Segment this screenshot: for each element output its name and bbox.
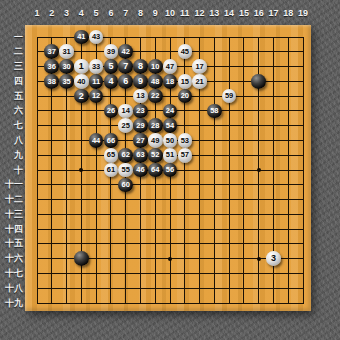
stone-move-number: 59 [225, 92, 233, 100]
stone-move-number: 44 [92, 136, 100, 144]
stone-move-number: 15 [181, 77, 189, 85]
stone-black-move-64[interactable]: 64 [148, 163, 163, 178]
stone-move-number: 55 [122, 166, 130, 174]
stone-move-number: 14 [122, 107, 130, 115]
stone-move-number: 2 [79, 91, 84, 100]
stone-black-move-20[interactable]: 20 [178, 89, 193, 104]
stone-black-move-28[interactable]: 28 [148, 118, 163, 133]
stone-black-move-63[interactable]: 63 [133, 148, 148, 163]
stone-move-number: 57 [181, 151, 189, 159]
stone-move-number: 60 [122, 181, 130, 189]
stone-move-number: 53 [181, 136, 189, 144]
left-coordinate-label: 八 [1, 135, 23, 146]
stone-black-move-52[interactable]: 52 [148, 148, 163, 163]
stone-white-move-39[interactable]: 39 [104, 44, 119, 59]
grid-line-horizontal [37, 229, 304, 230]
star-point [257, 257, 261, 261]
stone-white-move-61[interactable]: 61 [104, 163, 119, 178]
grid-line-horizontal [37, 288, 304, 289]
stone-white-move-1[interactable]: 1 [74, 59, 89, 74]
stone-black-move-2[interactable]: 2 [74, 89, 89, 104]
stone-move-number: 41 [77, 33, 85, 41]
stone-black-move-5[interactable]: 5 [104, 59, 119, 74]
stone-move-number: 38 [48, 77, 56, 85]
stone-black-move-60[interactable]: 60 [118, 178, 133, 193]
stone-white-move-45[interactable]: 45 [178, 44, 193, 59]
grid-line-horizontal [37, 199, 304, 200]
left-coordinate-label: 十八 [1, 283, 23, 294]
grid-line-vertical [288, 37, 289, 304]
stone-black-move-66[interactable]: 66 [104, 133, 119, 148]
stone-move-number: 8 [138, 62, 143, 71]
stone-white-move-33[interactable]: 33 [89, 59, 104, 74]
stone-move-number: 49 [151, 136, 159, 144]
grid-line-vertical [37, 37, 38, 304]
stone-black-move-54[interactable]: 54 [163, 118, 178, 133]
stone-black-move-58[interactable]: 58 [207, 104, 222, 119]
stone-black-move-24[interactable]: 24 [163, 104, 178, 119]
stone-move-number: 6 [123, 76, 128, 85]
stone-white-move-50[interactable]: 50 [163, 133, 178, 148]
grid-line-vertical [229, 37, 230, 304]
stone-white-move-25[interactable]: 25 [118, 118, 133, 133]
stone-move-number: 25 [122, 121, 130, 129]
stone-black[interactable] [251, 74, 266, 89]
grid-line-horizontal [37, 214, 304, 215]
stone-move-number: 46 [136, 166, 144, 174]
stone-move-number: 27 [136, 136, 144, 144]
stone-move-number: 3 [271, 254, 276, 263]
stone-white-move-31[interactable]: 31 [59, 44, 74, 59]
stone-move-number: 56 [166, 166, 174, 174]
stone-move-number: 54 [166, 121, 174, 129]
stone-white-move-15[interactable]: 15 [178, 74, 193, 89]
stone-black-move-26[interactable]: 26 [104, 104, 119, 119]
left-coordinate-label: 五 [1, 91, 23, 102]
stone-move-number: 31 [62, 48, 70, 56]
stone-move-number: 63 [136, 151, 144, 159]
stone-black-move-23[interactable]: 23 [133, 104, 148, 119]
stone-move-number: 50 [166, 136, 174, 144]
grid-line-horizontal [37, 273, 304, 274]
stone-black-move-18[interactable]: 18 [163, 74, 178, 89]
grid-line-horizontal [37, 303, 304, 304]
stone-white-move-40[interactable]: 40 [74, 74, 89, 89]
stone-move-number: 12 [92, 92, 100, 100]
stone-white-move-13[interactable]: 13 [133, 89, 148, 104]
grid-line-vertical [243, 37, 244, 304]
stone-black-move-36[interactable]: 36 [44, 59, 59, 74]
star-point [257, 168, 261, 172]
grid-line-vertical [303, 37, 304, 304]
stone-move-number: 17 [195, 62, 203, 70]
stone-white-move-51[interactable]: 51 [163, 148, 178, 163]
left-coordinate-label: 七 [1, 120, 23, 131]
stone-move-number: 48 [151, 77, 159, 85]
stone-black-move-4[interactable]: 4 [104, 74, 119, 89]
left-coordinate-label: 十一 [1, 179, 23, 190]
stone-move-number: 33 [92, 62, 100, 70]
stone-move-number: 62 [122, 151, 130, 159]
stone-white-move-65[interactable]: 65 [104, 148, 119, 163]
go-diagram: 12345678910111213141516171819 一二三四五六七八九十… [0, 0, 340, 340]
left-coordinate-label: 一 [1, 32, 23, 43]
go-board[interactable]: 4143373139424536301335781047173835401146… [25, 25, 311, 311]
left-coordinate-label: 四 [1, 76, 23, 87]
left-coordinate-label: 十七 [1, 268, 23, 279]
stone-move-number: 28 [151, 121, 159, 129]
left-coordinate-label: 十 [1, 165, 23, 176]
stone-white-move-21[interactable]: 21 [192, 74, 207, 89]
stone-move-number: 51 [166, 151, 174, 159]
stone-move-number: 4 [108, 76, 113, 85]
left-coordinate-label: 九 [1, 150, 23, 161]
stone-black-move-38[interactable]: 38 [44, 74, 59, 89]
star-point [79, 168, 83, 172]
stone-white-move-14[interactable]: 14 [118, 104, 133, 119]
stone-white-move-43[interactable]: 43 [89, 30, 104, 45]
stone-move-number: 18 [166, 77, 174, 85]
stone-move-number: 11 [92, 77, 100, 85]
stone-move-number: 7 [123, 62, 128, 71]
stone-white-move-3[interactable]: 3 [266, 251, 281, 266]
stone-move-number: 10 [151, 62, 159, 70]
left-coordinate-label: 十三 [1, 209, 23, 220]
stone-black-move-6[interactable]: 6 [118, 74, 133, 89]
stone-move-number: 1 [79, 62, 84, 71]
stone-black-move-22[interactable]: 22 [148, 89, 163, 104]
stone-move-number: 35 [62, 77, 70, 85]
stone-move-number: 22 [151, 92, 159, 100]
stone-white-move-59[interactable]: 59 [222, 89, 237, 104]
stone-black-move-9[interactable]: 9 [133, 74, 148, 89]
stone-move-number: 21 [195, 77, 203, 85]
stone-black-move-30[interactable]: 30 [59, 59, 74, 74]
star-point [168, 257, 172, 261]
stone-white-move-55[interactable]: 55 [118, 163, 133, 178]
stone-move-number: 52 [151, 151, 159, 159]
stone-move-number: 61 [107, 166, 115, 174]
stone-move-number: 43 [92, 33, 100, 41]
left-coordinate-label: 六 [1, 105, 23, 116]
stone-white-move-47[interactable]: 47 [163, 59, 178, 74]
stone-move-number: 36 [48, 62, 56, 70]
stone-move-number: 45 [181, 48, 189, 56]
stone-black-move-27[interactable]: 27 [133, 133, 148, 148]
stone-move-number: 65 [107, 151, 115, 159]
stone-black-move-62[interactable]: 62 [118, 148, 133, 163]
stone-white-move-17[interactable]: 17 [192, 59, 207, 74]
stone-black-move-56[interactable]: 56 [163, 163, 178, 178]
left-coordinate-label: 三 [1, 61, 23, 72]
top-coordinate-label: 19 [293, 8, 313, 19]
stone-move-number: 29 [136, 121, 144, 129]
stone-move-number: 66 [107, 136, 115, 144]
stone-move-number: 20 [181, 92, 189, 100]
stone-black-move-11[interactable]: 11 [89, 74, 104, 89]
stone-black-move-42[interactable]: 42 [118, 44, 133, 59]
stone-black-move-8[interactable]: 8 [133, 59, 148, 74]
stone-move-number: 47 [166, 62, 174, 70]
grid-line-horizontal [37, 243, 304, 244]
left-coordinate-label: 十六 [1, 253, 23, 264]
stone-black-move-37[interactable]: 37 [44, 44, 59, 59]
stone-black[interactable] [74, 251, 89, 266]
stone-move-number: 30 [62, 62, 70, 70]
stone-white-move-53[interactable]: 53 [178, 133, 193, 148]
stone-white-move-57[interactable]: 57 [178, 148, 193, 163]
left-coordinate-label: 十九 [1, 298, 23, 309]
stone-black-move-35[interactable]: 35 [59, 74, 74, 89]
stone-move-number: 40 [77, 77, 85, 85]
stone-move-number: 42 [122, 48, 130, 56]
grid-line-horizontal [37, 184, 304, 185]
left-coordinate-label: 二 [1, 46, 23, 57]
stone-black-move-41[interactable]: 41 [74, 30, 89, 45]
grid-line-horizontal [37, 51, 304, 52]
stone-move-number: 37 [48, 48, 56, 56]
stone-black-move-44[interactable]: 44 [89, 133, 104, 148]
stone-move-number: 39 [107, 48, 115, 56]
stone-black-move-48[interactable]: 48 [148, 74, 163, 89]
stone-black-move-46[interactable]: 46 [133, 163, 148, 178]
left-coordinate-label: 十二 [1, 194, 23, 205]
stone-move-number: 5 [108, 62, 113, 71]
stone-move-number: 58 [210, 107, 218, 115]
stone-white-move-49[interactable]: 49 [148, 133, 163, 148]
stone-move-number: 9 [138, 76, 143, 85]
stone-move-number: 23 [136, 107, 144, 115]
stone-black-move-10[interactable]: 10 [148, 59, 163, 74]
stone-move-number: 13 [136, 92, 144, 100]
stone-black-move-12[interactable]: 12 [89, 89, 104, 104]
stone-move-number: 64 [151, 166, 159, 174]
stone-black-move-7[interactable]: 7 [118, 59, 133, 74]
grid-line-vertical [214, 37, 215, 304]
left-coordinate-label: 十四 [1, 224, 23, 235]
stone-move-number: 24 [166, 107, 174, 115]
stone-black-move-29[interactable]: 29 [133, 118, 148, 133]
stone-move-number: 26 [107, 107, 115, 115]
left-coordinate-label: 十五 [1, 238, 23, 249]
